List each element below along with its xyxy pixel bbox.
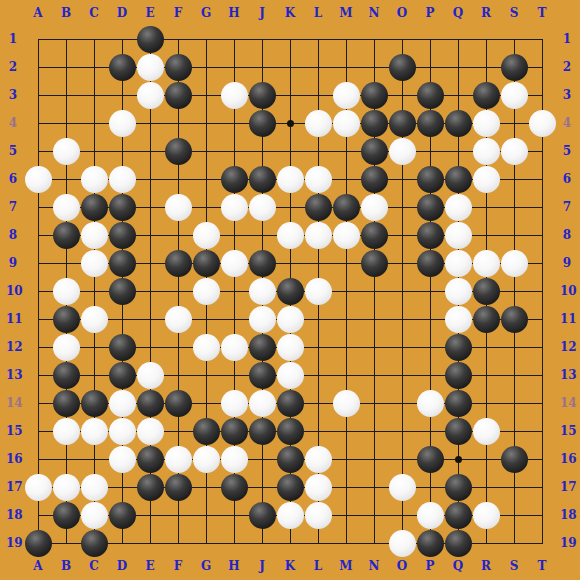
intersection-A9[interactable] xyxy=(24,249,52,277)
intersection-K8[interactable] xyxy=(276,221,304,249)
intersection-G12[interactable] xyxy=(192,333,220,361)
intersection-G17[interactable] xyxy=(192,473,220,501)
intersection-N10[interactable] xyxy=(360,277,388,305)
intersection-F18[interactable] xyxy=(164,501,192,529)
intersection-P16[interactable] xyxy=(416,445,444,473)
intersection-G4[interactable] xyxy=(192,109,220,137)
intersection-S16[interactable] xyxy=(500,445,528,473)
intersection-L6[interactable] xyxy=(304,165,332,193)
intersection-K9[interactable] xyxy=(276,249,304,277)
intersection-E13[interactable] xyxy=(136,361,164,389)
intersection-G9[interactable] xyxy=(192,249,220,277)
intersection-L17[interactable] xyxy=(304,473,332,501)
intersection-D3[interactable] xyxy=(108,81,136,109)
intersection-C4[interactable] xyxy=(80,109,108,137)
intersection-N15[interactable] xyxy=(360,417,388,445)
intersection-H10[interactable] xyxy=(220,277,248,305)
intersection-H4[interactable] xyxy=(220,109,248,137)
intersection-B13[interactable] xyxy=(52,361,80,389)
intersection-O8[interactable] xyxy=(388,221,416,249)
intersection-T2[interactable] xyxy=(528,53,556,81)
intersection-K10[interactable] xyxy=(276,277,304,305)
intersection-A16[interactable] xyxy=(24,445,52,473)
intersection-S15[interactable] xyxy=(500,417,528,445)
intersection-G16[interactable] xyxy=(192,445,220,473)
intersection-C3[interactable] xyxy=(80,81,108,109)
intersection-A10[interactable] xyxy=(24,277,52,305)
intersection-F15[interactable] xyxy=(164,417,192,445)
intersection-B12[interactable] xyxy=(52,333,80,361)
intersection-T6[interactable] xyxy=(528,165,556,193)
intersection-T15[interactable] xyxy=(528,417,556,445)
intersection-Q10[interactable] xyxy=(444,277,472,305)
intersection-A18[interactable] xyxy=(24,501,52,529)
intersection-S7[interactable] xyxy=(500,193,528,221)
intersection-E18[interactable] xyxy=(136,501,164,529)
intersection-L14[interactable] xyxy=(304,389,332,417)
intersection-H2[interactable] xyxy=(220,53,248,81)
intersection-Q9[interactable] xyxy=(444,249,472,277)
intersection-C11[interactable] xyxy=(80,305,108,333)
intersection-M9[interactable] xyxy=(332,249,360,277)
intersection-O3[interactable] xyxy=(388,81,416,109)
intersection-M12[interactable] xyxy=(332,333,360,361)
intersection-P5[interactable] xyxy=(416,137,444,165)
intersection-Q2[interactable] xyxy=(444,53,472,81)
intersection-C12[interactable] xyxy=(80,333,108,361)
intersection-P12[interactable] xyxy=(416,333,444,361)
intersection-O18[interactable] xyxy=(388,501,416,529)
intersection-D15[interactable] xyxy=(108,417,136,445)
intersection-A19[interactable] xyxy=(24,529,52,557)
intersection-P8[interactable] xyxy=(416,221,444,249)
intersection-J12[interactable] xyxy=(248,333,276,361)
intersection-R11[interactable] xyxy=(472,305,500,333)
intersection-A5[interactable] xyxy=(24,137,52,165)
intersection-T1[interactable] xyxy=(528,25,556,53)
intersection-P3[interactable] xyxy=(416,81,444,109)
intersection-J19[interactable] xyxy=(248,529,276,557)
intersection-J4[interactable] xyxy=(248,109,276,137)
intersection-J11[interactable] xyxy=(248,305,276,333)
intersection-P4[interactable] xyxy=(416,109,444,137)
intersection-H9[interactable] xyxy=(220,249,248,277)
intersection-S4[interactable] xyxy=(500,109,528,137)
intersection-K16[interactable] xyxy=(276,445,304,473)
intersection-M7[interactable] xyxy=(332,193,360,221)
intersection-J17[interactable] xyxy=(248,473,276,501)
intersection-K13[interactable] xyxy=(276,361,304,389)
intersection-R10[interactable] xyxy=(472,277,500,305)
intersection-G3[interactable] xyxy=(192,81,220,109)
intersection-M18[interactable] xyxy=(332,501,360,529)
intersection-D18[interactable] xyxy=(108,501,136,529)
intersection-N3[interactable] xyxy=(360,81,388,109)
intersection-Q11[interactable] xyxy=(444,305,472,333)
intersection-K15[interactable] xyxy=(276,417,304,445)
intersection-A13[interactable] xyxy=(24,361,52,389)
intersection-B1[interactable] xyxy=(52,25,80,53)
intersection-D2[interactable] xyxy=(108,53,136,81)
intersection-T13[interactable] xyxy=(528,361,556,389)
intersection-P17[interactable] xyxy=(416,473,444,501)
intersection-K6[interactable] xyxy=(276,165,304,193)
intersection-L12[interactable] xyxy=(304,333,332,361)
intersection-Q3[interactable] xyxy=(444,81,472,109)
intersection-F13[interactable] xyxy=(164,361,192,389)
intersection-H16[interactable] xyxy=(220,445,248,473)
intersection-F1[interactable] xyxy=(164,25,192,53)
intersection-G1[interactable] xyxy=(192,25,220,53)
intersection-H1[interactable] xyxy=(220,25,248,53)
intersection-C8[interactable] xyxy=(80,221,108,249)
intersection-E15[interactable] xyxy=(136,417,164,445)
intersection-S1[interactable] xyxy=(500,25,528,53)
intersection-K12[interactable] xyxy=(276,333,304,361)
intersection-J10[interactable] xyxy=(248,277,276,305)
intersection-E17[interactable] xyxy=(136,473,164,501)
intersection-B16[interactable] xyxy=(52,445,80,473)
intersection-K2[interactable] xyxy=(276,53,304,81)
intersection-D5[interactable] xyxy=(108,137,136,165)
intersection-C17[interactable] xyxy=(80,473,108,501)
intersection-M15[interactable] xyxy=(332,417,360,445)
intersection-T14[interactable] xyxy=(528,389,556,417)
intersection-B9[interactable] xyxy=(52,249,80,277)
intersection-N6[interactable] xyxy=(360,165,388,193)
intersection-L19[interactable] xyxy=(304,529,332,557)
intersection-F16[interactable] xyxy=(164,445,192,473)
intersection-N7[interactable] xyxy=(360,193,388,221)
intersection-T17[interactable] xyxy=(528,473,556,501)
intersection-J6[interactable] xyxy=(248,165,276,193)
intersection-L4[interactable] xyxy=(304,109,332,137)
intersection-Q18[interactable] xyxy=(444,501,472,529)
intersection-F19[interactable] xyxy=(164,529,192,557)
intersection-S6[interactable] xyxy=(500,165,528,193)
intersection-F14[interactable] xyxy=(164,389,192,417)
intersection-B5[interactable] xyxy=(52,137,80,165)
intersection-E11[interactable] xyxy=(136,305,164,333)
intersection-J7[interactable] xyxy=(248,193,276,221)
intersection-B19[interactable] xyxy=(52,529,80,557)
intersection-S12[interactable] xyxy=(500,333,528,361)
intersection-E9[interactable] xyxy=(136,249,164,277)
intersection-O6[interactable] xyxy=(388,165,416,193)
intersection-Q12[interactable] xyxy=(444,333,472,361)
intersection-C5[interactable] xyxy=(80,137,108,165)
intersection-R17[interactable] xyxy=(472,473,500,501)
intersection-T16[interactable] xyxy=(528,445,556,473)
intersection-G18[interactable] xyxy=(192,501,220,529)
intersection-B11[interactable] xyxy=(52,305,80,333)
intersection-H8[interactable] xyxy=(220,221,248,249)
intersection-M17[interactable] xyxy=(332,473,360,501)
intersection-S17[interactable] xyxy=(500,473,528,501)
intersection-R15[interactable] xyxy=(472,417,500,445)
intersection-L13[interactable] xyxy=(304,361,332,389)
intersection-C10[interactable] xyxy=(80,277,108,305)
intersection-R14[interactable] xyxy=(472,389,500,417)
intersection-S10[interactable] xyxy=(500,277,528,305)
intersection-H11[interactable] xyxy=(220,305,248,333)
intersection-C16[interactable] xyxy=(80,445,108,473)
intersection-J14[interactable] xyxy=(248,389,276,417)
intersection-H17[interactable] xyxy=(220,473,248,501)
intersection-M16[interactable] xyxy=(332,445,360,473)
intersection-C14[interactable] xyxy=(80,389,108,417)
intersection-R9[interactable] xyxy=(472,249,500,277)
intersection-H12[interactable] xyxy=(220,333,248,361)
intersection-T5[interactable] xyxy=(528,137,556,165)
intersection-Q6[interactable] xyxy=(444,165,472,193)
intersection-A4[interactable] xyxy=(24,109,52,137)
intersection-O2[interactable] xyxy=(388,53,416,81)
intersection-Q5[interactable] xyxy=(444,137,472,165)
intersection-G11[interactable] xyxy=(192,305,220,333)
intersection-M5[interactable] xyxy=(332,137,360,165)
intersection-C15[interactable] xyxy=(80,417,108,445)
intersection-F4[interactable] xyxy=(164,109,192,137)
intersection-B3[interactable] xyxy=(52,81,80,109)
intersection-C1[interactable] xyxy=(80,25,108,53)
intersection-B15[interactable] xyxy=(52,417,80,445)
intersection-G7[interactable] xyxy=(192,193,220,221)
intersection-A3[interactable] xyxy=(24,81,52,109)
intersection-D17[interactable] xyxy=(108,473,136,501)
intersection-H6[interactable] xyxy=(220,165,248,193)
intersection-S9[interactable] xyxy=(500,249,528,277)
intersection-T3[interactable] xyxy=(528,81,556,109)
intersection-D14[interactable] xyxy=(108,389,136,417)
intersection-H14[interactable] xyxy=(220,389,248,417)
intersection-R8[interactable] xyxy=(472,221,500,249)
intersection-N17[interactable] xyxy=(360,473,388,501)
intersection-C9[interactable] xyxy=(80,249,108,277)
intersection-O14[interactable] xyxy=(388,389,416,417)
intersection-H19[interactable] xyxy=(220,529,248,557)
intersection-F8[interactable] xyxy=(164,221,192,249)
intersection-Q17[interactable] xyxy=(444,473,472,501)
intersection-J1[interactable] xyxy=(248,25,276,53)
intersection-S2[interactable] xyxy=(500,53,528,81)
intersection-D6[interactable] xyxy=(108,165,136,193)
intersection-O5[interactable] xyxy=(388,137,416,165)
intersection-N16[interactable] xyxy=(360,445,388,473)
intersection-M8[interactable] xyxy=(332,221,360,249)
intersection-S8[interactable] xyxy=(500,221,528,249)
intersection-S19[interactable] xyxy=(500,529,528,557)
intersection-T9[interactable] xyxy=(528,249,556,277)
intersection-H3[interactable] xyxy=(220,81,248,109)
intersection-K18[interactable] xyxy=(276,501,304,529)
intersection-E1[interactable] xyxy=(136,25,164,53)
intersection-A15[interactable] xyxy=(24,417,52,445)
intersection-R3[interactable] xyxy=(472,81,500,109)
intersection-H13[interactable] xyxy=(220,361,248,389)
intersection-N11[interactable] xyxy=(360,305,388,333)
intersection-A6[interactable] xyxy=(24,165,52,193)
intersection-T11[interactable] xyxy=(528,305,556,333)
intersection-L10[interactable] xyxy=(304,277,332,305)
intersection-Q8[interactable] xyxy=(444,221,472,249)
intersection-D4[interactable] xyxy=(108,109,136,137)
intersection-D12[interactable] xyxy=(108,333,136,361)
intersection-P14[interactable] xyxy=(416,389,444,417)
intersection-B2[interactable] xyxy=(52,53,80,81)
intersection-C2[interactable] xyxy=(80,53,108,81)
intersection-E2[interactable] xyxy=(136,53,164,81)
intersection-K4[interactable] xyxy=(276,109,304,137)
intersection-C7[interactable] xyxy=(80,193,108,221)
intersection-O7[interactable] xyxy=(388,193,416,221)
intersection-M1[interactable] xyxy=(332,25,360,53)
intersection-G10[interactable] xyxy=(192,277,220,305)
intersection-O11[interactable] xyxy=(388,305,416,333)
intersection-L1[interactable] xyxy=(304,25,332,53)
intersection-K3[interactable] xyxy=(276,81,304,109)
intersection-N4[interactable] xyxy=(360,109,388,137)
intersection-S14[interactable] xyxy=(500,389,528,417)
intersection-O19[interactable] xyxy=(388,529,416,557)
intersection-H7[interactable] xyxy=(220,193,248,221)
intersection-F2[interactable] xyxy=(164,53,192,81)
intersection-D7[interactable] xyxy=(108,193,136,221)
intersection-E14[interactable] xyxy=(136,389,164,417)
intersection-R2[interactable] xyxy=(472,53,500,81)
intersection-C13[interactable] xyxy=(80,361,108,389)
intersection-N9[interactable] xyxy=(360,249,388,277)
intersection-O10[interactable] xyxy=(388,277,416,305)
intersection-P2[interactable] xyxy=(416,53,444,81)
intersection-G13[interactable] xyxy=(192,361,220,389)
intersection-F9[interactable] xyxy=(164,249,192,277)
intersection-O15[interactable] xyxy=(388,417,416,445)
intersection-E16[interactable] xyxy=(136,445,164,473)
intersection-D11[interactable] xyxy=(108,305,136,333)
intersection-L5[interactable] xyxy=(304,137,332,165)
intersection-P9[interactable] xyxy=(416,249,444,277)
intersection-B14[interactable] xyxy=(52,389,80,417)
intersection-S18[interactable] xyxy=(500,501,528,529)
intersection-D10[interactable] xyxy=(108,277,136,305)
intersection-J8[interactable] xyxy=(248,221,276,249)
intersection-G8[interactable] xyxy=(192,221,220,249)
intersection-O12[interactable] xyxy=(388,333,416,361)
intersection-B6[interactable] xyxy=(52,165,80,193)
intersection-M19[interactable] xyxy=(332,529,360,557)
intersection-R13[interactable] xyxy=(472,361,500,389)
intersection-P13[interactable] xyxy=(416,361,444,389)
intersection-M13[interactable] xyxy=(332,361,360,389)
intersection-M6[interactable] xyxy=(332,165,360,193)
intersection-J13[interactable] xyxy=(248,361,276,389)
intersection-R16[interactable] xyxy=(472,445,500,473)
intersection-A7[interactable] xyxy=(24,193,52,221)
intersection-K11[interactable] xyxy=(276,305,304,333)
intersection-R12[interactable] xyxy=(472,333,500,361)
intersection-H18[interactable] xyxy=(220,501,248,529)
intersection-S13[interactable] xyxy=(500,361,528,389)
intersection-A17[interactable] xyxy=(24,473,52,501)
intersection-G2[interactable] xyxy=(192,53,220,81)
intersection-T12[interactable] xyxy=(528,333,556,361)
intersection-D9[interactable] xyxy=(108,249,136,277)
intersection-M3[interactable] xyxy=(332,81,360,109)
intersection-L16[interactable] xyxy=(304,445,332,473)
intersection-M11[interactable] xyxy=(332,305,360,333)
intersection-N5[interactable] xyxy=(360,137,388,165)
intersection-K14[interactable] xyxy=(276,389,304,417)
intersection-T18[interactable] xyxy=(528,501,556,529)
intersection-N12[interactable] xyxy=(360,333,388,361)
intersection-S5[interactable] xyxy=(500,137,528,165)
intersection-J5[interactable] xyxy=(248,137,276,165)
intersection-F17[interactable] xyxy=(164,473,192,501)
intersection-N1[interactable] xyxy=(360,25,388,53)
intersection-F3[interactable] xyxy=(164,81,192,109)
intersection-J18[interactable] xyxy=(248,501,276,529)
intersection-B7[interactable] xyxy=(52,193,80,221)
intersection-L9[interactable] xyxy=(304,249,332,277)
intersection-P11[interactable] xyxy=(416,305,444,333)
intersection-R4[interactable] xyxy=(472,109,500,137)
intersection-J15[interactable] xyxy=(248,417,276,445)
intersection-A1[interactable] xyxy=(24,25,52,53)
intersection-G14[interactable] xyxy=(192,389,220,417)
intersection-A12[interactable] xyxy=(24,333,52,361)
intersection-S11[interactable] xyxy=(500,305,528,333)
intersection-C19[interactable] xyxy=(80,529,108,557)
intersection-M4[interactable] xyxy=(332,109,360,137)
intersection-K1[interactable] xyxy=(276,25,304,53)
intersection-L11[interactable] xyxy=(304,305,332,333)
intersection-F6[interactable] xyxy=(164,165,192,193)
intersection-L2[interactable] xyxy=(304,53,332,81)
intersection-O1[interactable] xyxy=(388,25,416,53)
intersection-K19[interactable] xyxy=(276,529,304,557)
intersection-A11[interactable] xyxy=(24,305,52,333)
intersection-O17[interactable] xyxy=(388,473,416,501)
intersection-F7[interactable] xyxy=(164,193,192,221)
intersection-N2[interactable] xyxy=(360,53,388,81)
intersection-M14[interactable] xyxy=(332,389,360,417)
intersection-F12[interactable] xyxy=(164,333,192,361)
intersection-A8[interactable] xyxy=(24,221,52,249)
intersection-E12[interactable] xyxy=(136,333,164,361)
intersection-B4[interactable] xyxy=(52,109,80,137)
intersection-N8[interactable] xyxy=(360,221,388,249)
intersection-P1[interactable] xyxy=(416,25,444,53)
intersection-T10[interactable] xyxy=(528,277,556,305)
intersection-Q13[interactable] xyxy=(444,361,472,389)
intersection-O4[interactable] xyxy=(388,109,416,137)
intersection-O13[interactable] xyxy=(388,361,416,389)
intersection-L15[interactable] xyxy=(304,417,332,445)
intersection-Q14[interactable] xyxy=(444,389,472,417)
intersection-R19[interactable] xyxy=(472,529,500,557)
intersection-E10[interactable] xyxy=(136,277,164,305)
intersection-T4[interactable] xyxy=(528,109,556,137)
intersection-B10[interactable] xyxy=(52,277,80,305)
intersection-D13[interactable] xyxy=(108,361,136,389)
intersection-Q1[interactable] xyxy=(444,25,472,53)
intersection-E6[interactable] xyxy=(136,165,164,193)
intersection-P18[interactable] xyxy=(416,501,444,529)
intersection-F10[interactable] xyxy=(164,277,192,305)
intersection-Q15[interactable] xyxy=(444,417,472,445)
intersection-G5[interactable] xyxy=(192,137,220,165)
